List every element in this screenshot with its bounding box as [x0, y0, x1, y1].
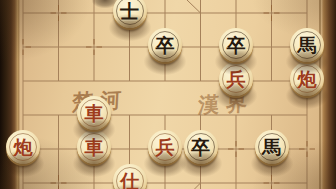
piece-black-horse[interactable]: 馬: [290, 28, 324, 62]
piece-character: 卒: [148, 28, 182, 62]
piece-red-chariot[interactable]: 車: [77, 96, 111, 130]
piece-character: 士: [113, 0, 147, 28]
piece-character: 卒: [184, 130, 218, 164]
piece-red-advisor[interactable]: 仕: [113, 164, 147, 189]
piece-black-advisor[interactable]: 士: [113, 0, 147, 28]
piece-character: 兵: [148, 130, 182, 164]
piece-character: 卒: [219, 28, 253, 62]
piece-character: 車: [77, 96, 111, 130]
piece-character: 炮: [6, 130, 40, 164]
piece-black-horse[interactable]: 馬: [255, 130, 289, 164]
piece-black-soldier[interactable]: 卒: [184, 130, 218, 164]
piece-red-cannon[interactable]: 炮: [6, 130, 40, 164]
piece-character: 馬: [255, 130, 289, 164]
piece-character: 仕: [113, 164, 147, 189]
xiangqi-board: 楚河 漢界 士卒卒馬兵炮車炮車兵卒馬仕: [0, 0, 336, 189]
piece-character: 馬: [290, 28, 324, 62]
piece-black-soldier[interactable]: 卒: [219, 28, 253, 62]
piece-red-soldier[interactable]: 兵: [148, 130, 182, 164]
piece-black-soldier[interactable]: 卒: [148, 28, 182, 62]
